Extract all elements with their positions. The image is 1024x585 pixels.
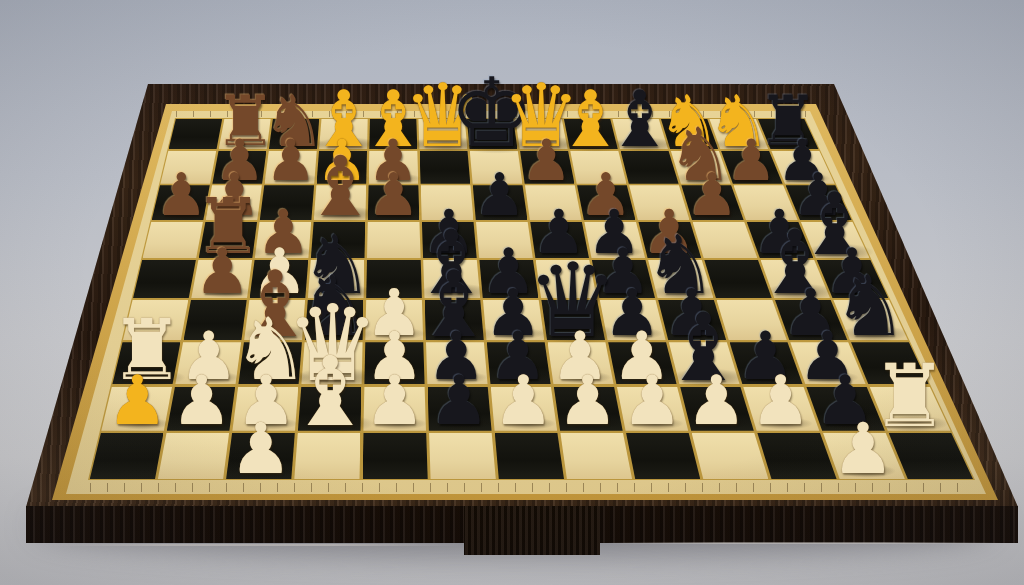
square-r9-c5	[363, 433, 428, 479]
piece-cast-shadow	[538, 246, 590, 258]
piece-cast-shadow	[758, 246, 810, 258]
piece-cast-shadow	[839, 325, 910, 342]
piece-cast-shadow	[783, 173, 831, 184]
square-r9-c8	[560, 433, 632, 479]
piece-cast-shadow	[486, 286, 539, 299]
piece-cast-shadow	[294, 414, 376, 433]
piece-cast-shadow	[732, 173, 780, 184]
piece-cast-shadow	[161, 208, 211, 220]
square-r9-c7	[495, 433, 564, 479]
square-r3-c8	[525, 185, 582, 220]
frame-edge-highlight-right	[604, 542, 1004, 544]
square-r4-c1	[143, 222, 203, 259]
frame-edge-highlight	[40, 544, 460, 546]
piece-cast-shadow	[292, 367, 382, 388]
piece-cast-shadow	[691, 208, 741, 220]
piece-cast-shadow	[534, 323, 621, 343]
piece-cast-shadow	[370, 417, 428, 431]
square-r9-c4	[294, 433, 360, 479]
piece-cast-shadow	[803, 243, 876, 260]
piece-cast-shadow	[563, 417, 621, 431]
square-r1-c1	[169, 119, 223, 150]
square-r2-c10	[621, 151, 679, 184]
piece-cast-shadow	[494, 371, 550, 384]
square-r9-c9	[626, 433, 700, 479]
square-r9-c1	[90, 433, 164, 479]
piece-cast-shadow	[527, 173, 575, 184]
piece-cast-shadow	[556, 371, 612, 384]
piece-cast-shadow	[373, 208, 423, 220]
piece-cast-shadow	[200, 244, 265, 259]
square-r5-c1	[133, 260, 196, 298]
square-r2-c1	[160, 151, 216, 184]
square-r9-c2	[158, 433, 229, 479]
piece-cast-shadow	[499, 417, 557, 431]
piece-cast-shadow	[601, 286, 654, 299]
piece-cast-shadow	[418, 283, 493, 301]
piece-cast-shadow	[673, 171, 736, 186]
piece-cast-shadow	[200, 286, 253, 299]
square-r3-c6	[421, 185, 474, 220]
piece-cast-shadow	[373, 173, 421, 184]
square-r6-c2	[184, 300, 247, 340]
piece-cast-shadow	[116, 369, 187, 386]
piece-cast-shadow	[307, 284, 376, 300]
border-notation-marks-front	[90, 483, 968, 492]
piece-cast-shadow	[304, 325, 375, 342]
piece-cast-shadow	[257, 286, 310, 299]
square-r9-c6	[429, 433, 496, 479]
square-r5-c8	[536, 260, 597, 298]
border-notation-marks-back	[176, 111, 806, 117]
square-r3-c3	[260, 185, 314, 220]
square-r4-c7	[476, 222, 533, 259]
square-r2-c6	[420, 151, 471, 184]
piece-cast-shadow	[322, 173, 370, 184]
piece-cast-shadow	[756, 417, 814, 431]
piece-cast-shadow	[220, 173, 268, 184]
piece-cast-shadow	[877, 415, 950, 432]
scene: ♜♞♝♝♛♚♛♝♝♞♞♜♟♟♟♟♟♞♟♟♟♟♝♟♟♟♟♟♜♟♟♟♟♟♟♝♟♟♞♝…	[0, 0, 1024, 585]
piece-cast-shadow	[177, 417, 235, 431]
square-r2-c9	[570, 151, 626, 184]
piece-cast-shadow	[692, 417, 750, 431]
piece-cast-shadow	[668, 368, 748, 387]
piece-cast-shadow	[214, 208, 264, 220]
square-r4-c4	[311, 222, 365, 259]
square-r2-c7	[470, 151, 523, 184]
square-r3-c10	[629, 185, 689, 220]
piece-cast-shadow	[593, 246, 645, 258]
piece-cast-shadow	[419, 325, 496, 343]
piece-cast-shadow	[432, 371, 488, 384]
piece-cast-shadow	[427, 246, 479, 258]
square-r4-c5	[367, 222, 421, 259]
piece-cast-shadow	[262, 246, 314, 258]
piece-cast-shadow	[830, 286, 883, 299]
piece-cast-shadow	[271, 173, 319, 184]
piece-cast-shadow	[648, 246, 700, 258]
piece-cast-shadow	[650, 284, 719, 300]
square-r6-c1	[123, 300, 188, 340]
piece-cast-shadow	[585, 208, 635, 220]
piece-cast-shadow	[479, 208, 529, 220]
piece-cast-shadow	[113, 417, 171, 431]
piece-cast-shadow	[762, 283, 837, 301]
